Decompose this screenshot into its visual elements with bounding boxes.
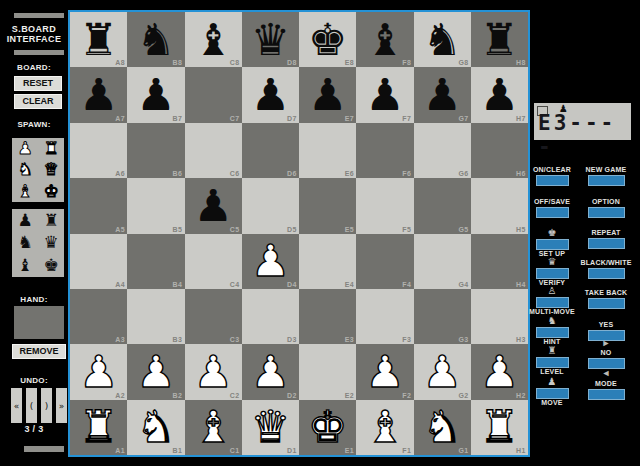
- square-coordinate: F6: [402, 170, 411, 177]
- square-coordinate: C8: [230, 59, 240, 66]
- square-h6[interactable]: H6: [471, 123, 528, 178]
- square-e8[interactable]: ♚E8: [299, 12, 356, 67]
- square-coordinate: A2: [115, 392, 125, 399]
- square-c1[interactable]: ♝C1: [185, 400, 242, 455]
- spawn-white-queen[interactable]: ♛: [43, 161, 58, 178]
- square-coordinate: H8: [516, 59, 526, 66]
- spawn-palette-black: ♟♜♞♛♝♚: [12, 209, 64, 277]
- hint-row: ♞HINT: [524, 315, 580, 346]
- pawn-icon: ♟: [524, 376, 580, 387]
- right-arrow-icon: ►: [578, 338, 634, 348]
- square-h1[interactable]: ♜H1: [471, 400, 528, 455]
- square-coordinate: D5: [287, 226, 297, 233]
- square-g3[interactable]: G3: [414, 289, 471, 344]
- level-button[interactable]: [536, 357, 569, 368]
- square-f7[interactable]: ♟F7: [356, 67, 413, 122]
- square-g8[interactable]: ♞G8: [414, 12, 471, 67]
- spawn-section-label: SPAWN:: [0, 120, 68, 129]
- square-coordinate: D1: [287, 447, 297, 454]
- queen-icon: ♛: [524, 256, 580, 267]
- square-g1[interactable]: ♞G1: [414, 400, 471, 455]
- no-row: NO: [578, 349, 634, 369]
- square-e4[interactable]: E4: [299, 234, 356, 289]
- verify-row: ♛VERIFY: [524, 256, 580, 287]
- square-g4[interactable]: G4: [414, 234, 471, 289]
- square-coordinate: F2: [402, 392, 411, 399]
- mode-button[interactable]: [588, 389, 625, 400]
- square-h4[interactable]: H4: [471, 234, 528, 289]
- square-e6[interactable]: E6: [299, 123, 356, 178]
- square-coordinate: B6: [173, 170, 183, 177]
- spawn-black-bishop[interactable]: ♝: [17, 257, 32, 274]
- level-label: LEVEL: [524, 368, 580, 376]
- spawn-palette-white: ♟♜♞♛♝♚: [12, 138, 64, 202]
- square-a2[interactable]: ♟A2: [70, 344, 127, 399]
- set-up-row: ♚SET UP: [524, 227, 580, 258]
- square-c4[interactable]: C4: [185, 234, 242, 289]
- off-save-row: OFF/SAVE: [524, 198, 580, 218]
- square-coordinate: F4: [402, 281, 411, 288]
- spawn-black-queen[interactable]: ♛: [43, 234, 58, 251]
- remove-button[interactable]: REMOVE: [12, 344, 66, 359]
- black-white-label: BLACK/WHITE: [578, 259, 634, 267]
- on-clear-label: ON/CLEAR: [524, 166, 580, 174]
- spawn-black-rook[interactable]: ♜: [43, 212, 58, 229]
- square-coordinate: A3: [115, 336, 125, 343]
- undo-section-label: UNDO:: [0, 376, 68, 385]
- king-icon: ♚: [524, 227, 580, 238]
- sboard-interface-app: S.BOARD INTERFACE BOARD: RESET CLEAR SPA…: [0, 0, 640, 466]
- square-d1[interactable]: ♛D1: [242, 400, 299, 455]
- square-b3[interactable]: B3: [127, 289, 184, 344]
- square-coordinate: E2: [345, 392, 355, 399]
- pawn-icon: ♙: [524, 285, 580, 296]
- option-row: OPTION: [578, 198, 634, 218]
- clear-button[interactable]: CLEAR: [14, 94, 62, 109]
- square-coordinate: A5: [115, 226, 125, 233]
- square-coordinate: E4: [345, 281, 355, 288]
- square-coordinate: A4: [115, 281, 125, 288]
- option-button[interactable]: [588, 207, 625, 218]
- square-d3[interactable]: D3: [242, 289, 299, 344]
- square-coordinate: G6: [458, 170, 468, 177]
- square-coordinate: D3: [287, 336, 297, 343]
- square-coordinate: D6: [287, 170, 297, 177]
- square-h3[interactable]: H3: [471, 289, 528, 344]
- square-c2[interactable]: ♟C2: [185, 344, 242, 399]
- square-coordinate: D8: [287, 59, 297, 66]
- square-coordinate: B7: [173, 115, 183, 122]
- square-coordinate: C4: [230, 281, 240, 288]
- lcd-display: ♟ E3----: [534, 103, 631, 140]
- square-a5[interactable]: A5: [70, 178, 127, 233]
- square-d6[interactable]: D6: [242, 123, 299, 178]
- square-f2[interactable]: ♟F2: [356, 344, 413, 399]
- square-c6[interactable]: C6: [185, 123, 242, 178]
- hand-section-label: HAND:: [0, 295, 68, 304]
- square-d8[interactable]: ♛D8: [242, 12, 299, 67]
- repeat-button[interactable]: [588, 238, 625, 249]
- new-game-label: NEW GAME: [578, 166, 634, 174]
- spawn-black-pawn[interactable]: ♟: [17, 212, 32, 229]
- square-b2[interactable]: ♟B2: [127, 344, 184, 399]
- separator-bar: [24, 446, 64, 452]
- square-c5[interactable]: ♟C5: [185, 178, 242, 233]
- square-a1[interactable]: ♜A1: [70, 400, 127, 455]
- square-g2[interactable]: ♟G2: [414, 344, 471, 399]
- square-coordinate: E8: [345, 59, 355, 66]
- mode-label: MODE: [578, 380, 634, 388]
- square-coordinate: B2: [173, 392, 183, 399]
- square-a7[interactable]: ♟A7: [70, 67, 127, 122]
- multi-move-row: ♙MULTI-MOVE: [524, 285, 580, 316]
- square-coordinate: C6: [230, 170, 240, 177]
- option-label: OPTION: [578, 198, 634, 206]
- square-coordinate: E5: [345, 226, 355, 233]
- square-h7[interactable]: ♟H7: [471, 67, 528, 122]
- hand-box[interactable]: [14, 306, 64, 339]
- undo-counter: 3 / 3: [0, 424, 68, 434]
- square-b4[interactable]: B4: [127, 234, 184, 289]
- square-coordinate: D4: [287, 281, 297, 288]
- square-a6[interactable]: A6: [70, 123, 127, 178]
- verify-button[interactable]: [536, 268, 569, 279]
- yes-label: YES: [578, 321, 634, 329]
- square-coordinate: B1: [173, 447, 183, 454]
- square-f6[interactable]: F6: [356, 123, 413, 178]
- square-coordinate: F3: [402, 336, 411, 343]
- square-coordinate: F7: [402, 115, 411, 122]
- repeat-label: REPEAT: [578, 229, 634, 237]
- square-coordinate: A8: [115, 59, 125, 66]
- off-save-button[interactable]: [536, 207, 569, 218]
- square-a4[interactable]: A4: [70, 234, 127, 289]
- square-coordinate: E3: [345, 336, 355, 343]
- square-h2[interactable]: ♟H2: [471, 344, 528, 399]
- on-clear-row: ON/CLEAR: [524, 166, 580, 186]
- square-f4[interactable]: F4: [356, 234, 413, 289]
- spawn-white-rook[interactable]: ♜: [43, 140, 58, 157]
- app-title-line1: S.BOARD: [0, 24, 68, 34]
- on-clear-button[interactable]: [536, 175, 569, 186]
- square-a3[interactable]: A3: [70, 289, 127, 344]
- off-save-label: OFF/SAVE: [524, 198, 580, 206]
- left-arrow-icon: ◄: [578, 368, 634, 378]
- square-a8[interactable]: ♜A8: [70, 12, 127, 67]
- square-coordinate: C1: [230, 447, 240, 454]
- separator-bar: [14, 13, 64, 18]
- square-f3[interactable]: F3: [356, 289, 413, 344]
- take-back-button[interactable]: [588, 298, 625, 309]
- undo-controls: «()»: [11, 388, 67, 423]
- reset-button[interactable]: RESET: [14, 76, 62, 91]
- knight-icon: ♞: [524, 315, 580, 326]
- square-f1[interactable]: ♝F1: [356, 400, 413, 455]
- square-c7[interactable]: C7: [185, 67, 242, 122]
- square-coordinate: B3: [173, 336, 183, 343]
- spawn-white-king[interactable]: ♚: [43, 183, 58, 200]
- app-title: S.BOARD INTERFACE: [0, 24, 68, 44]
- new-game-button[interactable]: [588, 175, 625, 186]
- square-coordinate: C7: [230, 115, 240, 122]
- spawn-black-knight[interactable]: ♞: [17, 234, 32, 251]
- square-b6[interactable]: B6: [127, 123, 184, 178]
- square-coordinate: A6: [115, 170, 125, 177]
- square-coordinate: G1: [458, 447, 468, 454]
- square-coordinate: A1: [115, 447, 125, 454]
- square-coordinate: D7: [287, 115, 297, 122]
- square-coordinate: G7: [458, 115, 468, 122]
- spawn-white-bishop[interactable]: ♝: [17, 183, 32, 200]
- black-white-button[interactable]: [588, 268, 625, 279]
- square-coordinate: A7: [115, 115, 125, 122]
- undo-step-forward-button[interactable]: ): [41, 388, 52, 423]
- square-f8[interactable]: ♝F8: [356, 12, 413, 67]
- square-coordinate: G3: [458, 336, 468, 343]
- square-g6[interactable]: G6: [414, 123, 471, 178]
- square-g7[interactable]: ♟G7: [414, 67, 471, 122]
- square-e5[interactable]: E5: [299, 178, 356, 233]
- square-coordinate: E1: [345, 447, 355, 454]
- square-e1[interactable]: ♚E1: [299, 400, 356, 455]
- square-coordinate: H7: [516, 115, 526, 122]
- lcd-digits: E3----: [538, 111, 631, 159]
- square-coordinate: E6: [345, 170, 355, 177]
- spawn-white-knight[interactable]: ♞: [17, 161, 32, 178]
- move-label: MOVE: [524, 399, 580, 407]
- square-coordinate: G8: [458, 59, 468, 66]
- square-coordinate: C2: [230, 392, 240, 399]
- square-coordinate: E7: [345, 115, 355, 122]
- square-h5[interactable]: H5: [471, 178, 528, 233]
- black-white-row: BLACK/WHITE: [578, 259, 634, 279]
- take-back-label: TAKE BACK: [578, 289, 634, 297]
- square-d4[interactable]: ♟D4: [242, 234, 299, 289]
- square-coordinate: H1: [516, 447, 526, 454]
- square-coordinate: G5: [458, 226, 468, 233]
- mode-row: MODE: [578, 380, 634, 400]
- square-coordinate: F8: [402, 59, 411, 66]
- square-c3[interactable]: C3: [185, 289, 242, 344]
- square-h8[interactable]: ♜H8: [471, 12, 528, 67]
- app-title-line2: INTERFACE: [0, 34, 68, 44]
- spawn-black-king[interactable]: ♚: [43, 257, 58, 274]
- chess-board: ♜A8♞B8♝C8♛D8♚E8♝F8♞G8♜H8♟A7♟B7C7♟D7♟E7♟F…: [68, 10, 530, 457]
- square-coordinate: G4: [458, 281, 468, 288]
- square-b5[interactable]: B5: [127, 178, 184, 233]
- square-c8[interactable]: ♝C8: [185, 12, 242, 67]
- rook-icon: ♜: [524, 345, 580, 356]
- multi-move-button[interactable]: [536, 297, 569, 308]
- square-coordinate: F1: [402, 447, 411, 454]
- move-button[interactable]: [536, 388, 569, 399]
- board-section-label: BOARD:: [0, 63, 68, 72]
- square-coordinate: C3: [230, 336, 240, 343]
- square-e3[interactable]: E3: [299, 289, 356, 344]
- take-back-row: TAKE BACK: [578, 289, 634, 309]
- square-b1[interactable]: ♞B1: [127, 400, 184, 455]
- square-g5[interactable]: G5: [414, 178, 471, 233]
- new-game-row: NEW GAME: [578, 166, 634, 186]
- set-up-button[interactable]: [536, 239, 569, 250]
- level-row: ♜LEVEL: [524, 345, 580, 376]
- square-b7[interactable]: ♟B7: [127, 67, 184, 122]
- square-coordinate: D2: [287, 392, 297, 399]
- square-coordinate: B8: [173, 59, 183, 66]
- square-d7[interactable]: ♟D7: [242, 67, 299, 122]
- spawn-white-pawn[interactable]: ♟: [17, 140, 32, 157]
- square-coordinate: B5: [173, 226, 183, 233]
- square-coordinate: G2: [458, 392, 468, 399]
- square-b8[interactable]: ♞B8: [127, 12, 184, 67]
- separator-bar: [14, 50, 64, 55]
- undo-step-back-button[interactable]: (: [26, 388, 37, 423]
- repeat-row: REPEAT: [578, 229, 634, 249]
- square-e7[interactable]: ♟E7: [299, 67, 356, 122]
- move-row: ♟MOVE: [524, 376, 580, 407]
- no-label: NO: [578, 349, 634, 357]
- square-coordinate: C5: [230, 226, 240, 233]
- undo-jump-forward-button[interactable]: »: [56, 388, 67, 423]
- square-d5[interactable]: D5: [242, 178, 299, 233]
- square-e2[interactable]: E2: [299, 344, 356, 399]
- square-coordinate: F5: [402, 226, 411, 233]
- square-coordinate: B4: [173, 281, 183, 288]
- square-d2[interactable]: ♟D2: [242, 344, 299, 399]
- hint-button[interactable]: [536, 327, 569, 338]
- square-f5[interactable]: F5: [356, 178, 413, 233]
- undo-jump-back-button[interactable]: «: [11, 388, 22, 423]
